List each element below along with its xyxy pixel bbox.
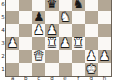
square-g1[interactable]: ♚ — [85, 63, 98, 76]
file-label-g: g — [85, 76, 98, 80]
file-coordinate-row: abcdefgh — [6, 76, 111, 80]
square-c4[interactable]: ♟ — [32, 24, 45, 37]
square-d2[interactable] — [45, 50, 58, 63]
square-b5[interactable] — [19, 11, 32, 24]
file-label-f: f — [72, 76, 85, 80]
white-pawn[interactable]: ♟ — [6, 37, 19, 50]
square-c2[interactable]: ♛ — [32, 50, 45, 63]
square-e2[interactable] — [59, 50, 72, 63]
square-a2[interactable] — [6, 50, 19, 63]
black-knight[interactable]: ♞ — [72, 0, 85, 11]
square-b4[interactable] — [19, 24, 32, 37]
square-f3[interactable]: ♜ — [72, 37, 85, 50]
white-rook[interactable]: ♜ — [72, 37, 85, 50]
white-pawn[interactable]: ♟ — [59, 37, 72, 50]
square-h4[interactable] — [98, 24, 111, 37]
square-a5[interactable] — [6, 11, 19, 24]
square-f1[interactable] — [72, 63, 85, 76]
white-king[interactable]: ♚ — [85, 63, 98, 76]
file-label-h: h — [98, 76, 111, 80]
square-d6[interactable]: ♛ — [45, 0, 58, 11]
square-d3[interactable]: ♜ — [45, 37, 58, 50]
square-c1[interactable] — [32, 63, 45, 76]
square-a3[interactable]: ♟ — [6, 37, 19, 50]
chess-board: ♛♞♟♞♟♟♟♜♟♜♛♟♟♚ — [6, 0, 111, 76]
square-g6[interactable] — [85, 0, 98, 11]
file-label-c: c — [32, 76, 45, 80]
square-b3[interactable] — [19, 37, 32, 50]
square-g4[interactable] — [85, 24, 98, 37]
square-d1[interactable] — [45, 63, 58, 76]
square-b2[interactable] — [19, 50, 32, 63]
square-f2[interactable] — [72, 50, 85, 63]
file-label-a: a — [6, 76, 19, 80]
white-pawn[interactable]: ♟ — [98, 50, 111, 63]
chess-diagram: 654321 ♛♞♟♞♟♟♟♜♟♜♛♟♟♚ abcdefgh — [0, 0, 120, 80]
square-b6[interactable] — [19, 0, 32, 11]
file-label-e: e — [59, 76, 72, 80]
black-queen[interactable]: ♛ — [45, 0, 58, 11]
square-a1[interactable] — [6, 63, 19, 76]
square-e1[interactable] — [59, 63, 72, 76]
square-h5[interactable] — [98, 11, 111, 24]
square-b1[interactable] — [19, 63, 32, 76]
square-h6[interactable] — [98, 0, 111, 11]
square-e5[interactable]: ♞ — [59, 11, 72, 24]
square-g5[interactable] — [85, 11, 98, 24]
white-queen[interactable]: ♛ — [32, 50, 45, 63]
square-h1[interactable] — [98, 63, 111, 76]
white-knight[interactable]: ♞ — [59, 11, 72, 24]
square-e3[interactable]: ♟ — [59, 37, 72, 50]
square-h2[interactable]: ♟ — [98, 50, 111, 63]
square-a6[interactable] — [6, 0, 19, 11]
file-label-d: d — [45, 76, 58, 80]
white-rook[interactable]: ♜ — [45, 37, 58, 50]
white-pawn[interactable]: ♟ — [32, 24, 45, 37]
square-f5[interactable] — [72, 11, 85, 24]
square-f6[interactable]: ♞ — [72, 0, 85, 11]
file-label-b: b — [19, 76, 32, 80]
